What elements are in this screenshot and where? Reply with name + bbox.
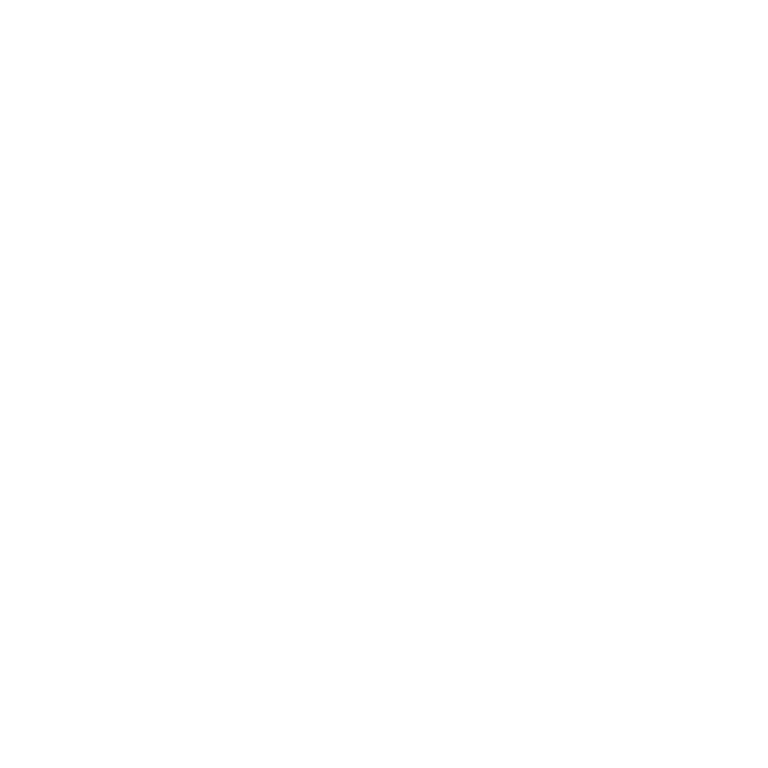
chess-board	[0, 0, 768, 768]
chessboard-diagram	[0, 0, 768, 768]
